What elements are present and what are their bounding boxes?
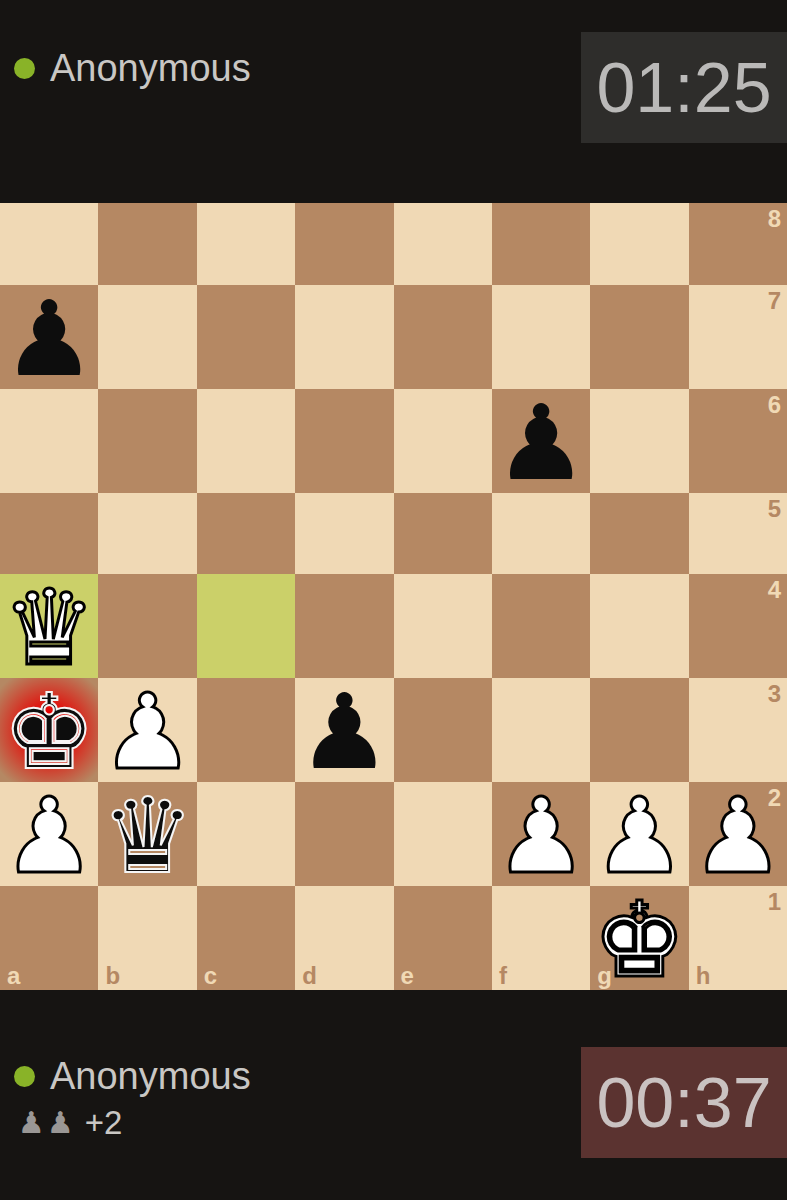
square-e1[interactable]: e: [394, 886, 492, 990]
square-f8[interactable]: [492, 203, 590, 285]
square-h5[interactable]: 5: [689, 493, 787, 575]
square-g5[interactable]: [590, 493, 688, 575]
rank-label-6: 6: [768, 393, 781, 417]
square-h7[interactable]: 7: [689, 285, 787, 389]
square-a7[interactable]: ♟: [0, 285, 98, 389]
piece-black-king-a3[interactable]: ♚: [3, 680, 96, 784]
top-player-bar: Anonymous 01:25: [0, 0, 787, 203]
rank-label-1: 1: [768, 890, 781, 914]
square-a5[interactable]: [0, 493, 98, 575]
square-a3[interactable]: ♚: [0, 678, 98, 782]
piece-white-pawn-a2[interactable]: ♟: [3, 784, 96, 888]
bottom-player-info[interactable]: Anonymous: [14, 1056, 251, 1098]
chess-game-screen: Anonymous 01:25 8♟7♟65♛4♚♟♟3♟♛♟♟2♟abcdef…: [0, 0, 787, 1200]
square-f1[interactable]: f: [492, 886, 590, 990]
square-d4[interactable]: [295, 574, 393, 678]
piece-white-pawn-g2[interactable]: ♟: [593, 784, 686, 888]
square-d2[interactable]: [295, 782, 393, 886]
square-e7[interactable]: [394, 285, 492, 389]
square-b6[interactable]: [98, 389, 196, 493]
rank-label-3: 3: [768, 682, 781, 706]
file-label-f: f: [499, 964, 507, 988]
square-h2[interactable]: 2♟: [689, 782, 787, 886]
square-e6[interactable]: [394, 389, 492, 493]
piece-white-pawn-h2[interactable]: ♟: [691, 784, 784, 888]
piece-white-pawn-f2[interactable]: ♟: [494, 784, 587, 888]
square-g8[interactable]: [590, 203, 688, 285]
square-e8[interactable]: [394, 203, 492, 285]
square-d1[interactable]: d: [295, 886, 393, 990]
square-d6[interactable]: [295, 389, 393, 493]
square-f5[interactable]: [492, 493, 590, 575]
rank-label-5: 5: [768, 497, 781, 521]
square-c6[interactable]: [197, 389, 295, 493]
rank-label-4: 4: [768, 578, 781, 602]
square-b1[interactable]: b: [98, 886, 196, 990]
square-c3[interactable]: [197, 678, 295, 782]
square-f2[interactable]: ♟: [492, 782, 590, 886]
square-e3[interactable]: [394, 678, 492, 782]
bottom-player-bar: Anonymous ♟♟ +2 00:37: [0, 990, 787, 1200]
square-g4[interactable]: [590, 574, 688, 678]
piece-white-pawn-b3[interactable]: ♟: [101, 680, 194, 784]
file-label-h: h: [696, 964, 711, 988]
square-a6[interactable]: [0, 389, 98, 493]
square-b3[interactable]: ♟: [98, 678, 196, 782]
square-f6[interactable]: ♟: [492, 389, 590, 493]
bottom-player-clock: 00:37: [581, 1047, 787, 1158]
online-indicator-icon: [14, 58, 35, 79]
square-b8[interactable]: [98, 203, 196, 285]
square-c2[interactable]: [197, 782, 295, 886]
square-h4[interactable]: 4: [689, 574, 787, 678]
chess-board[interactable]: 8♟7♟65♛4♚♟♟3♟♛♟♟2♟abcdefg♚1h: [0, 203, 787, 990]
square-d8[interactable]: [295, 203, 393, 285]
square-e2[interactable]: [394, 782, 492, 886]
square-c8[interactable]: [197, 203, 295, 285]
captured-pieces: ♟♟ +2: [18, 1106, 122, 1139]
file-label-b: b: [105, 964, 120, 988]
square-g6[interactable]: [590, 389, 688, 493]
file-label-e: e: [401, 964, 414, 988]
bottom-player-name: Anonymous: [50, 1056, 251, 1098]
file-label-a: a: [7, 964, 20, 988]
square-c7[interactable]: [197, 285, 295, 389]
captured-pawn-icons: ♟♟: [18, 1108, 76, 1138]
piece-black-queen-b2[interactable]: ♛: [101, 784, 194, 888]
top-player-info[interactable]: Anonymous: [14, 48, 251, 90]
top-player-clock: 01:25: [581, 32, 787, 143]
square-f4[interactable]: [492, 574, 590, 678]
square-e4[interactable]: [394, 574, 492, 678]
square-c1[interactable]: c: [197, 886, 295, 990]
square-h1[interactable]: 1h: [689, 886, 787, 990]
piece-black-pawn-f6[interactable]: ♟: [494, 391, 587, 495]
piece-black-pawn-a7[interactable]: ♟: [3, 287, 96, 391]
square-f7[interactable]: [492, 285, 590, 389]
file-label-c: c: [204, 964, 217, 988]
square-h6[interactable]: 6: [689, 389, 787, 493]
square-a8[interactable]: [0, 203, 98, 285]
square-b7[interactable]: [98, 285, 196, 389]
square-e5[interactable]: [394, 493, 492, 575]
file-label-d: d: [302, 964, 317, 988]
square-h3[interactable]: 3: [689, 678, 787, 782]
piece-black-pawn-d3[interactable]: ♟: [298, 680, 391, 784]
square-a1[interactable]: a: [0, 886, 98, 990]
top-player-name: Anonymous: [50, 48, 251, 90]
rank-label-8: 8: [768, 207, 781, 231]
square-f3[interactable]: [492, 678, 590, 782]
square-b2[interactable]: ♛: [98, 782, 196, 886]
piece-white-queen-a4[interactable]: ♛: [3, 576, 96, 680]
rank-label-7: 7: [768, 289, 781, 313]
material-advantage: +2: [85, 1106, 123, 1139]
square-a4[interactable]: ♛: [0, 574, 98, 678]
square-c4[interactable]: [197, 574, 295, 678]
square-g1[interactable]: g♚: [590, 886, 688, 990]
online-indicator-icon: [14, 1066, 35, 1087]
square-b5[interactable]: [98, 493, 196, 575]
square-d5[interactable]: [295, 493, 393, 575]
square-g2[interactable]: ♟: [590, 782, 688, 886]
square-g3[interactable]: [590, 678, 688, 782]
square-h8[interactable]: 8: [689, 203, 787, 285]
square-c5[interactable]: [197, 493, 295, 575]
square-g7[interactable]: [590, 285, 688, 389]
square-b4[interactable]: [98, 574, 196, 678]
square-d3[interactable]: ♟: [295, 678, 393, 782]
piece-white-king-g1[interactable]: ♚: [593, 888, 686, 992]
square-a2[interactable]: ♟: [0, 782, 98, 886]
square-d7[interactable]: [295, 285, 393, 389]
